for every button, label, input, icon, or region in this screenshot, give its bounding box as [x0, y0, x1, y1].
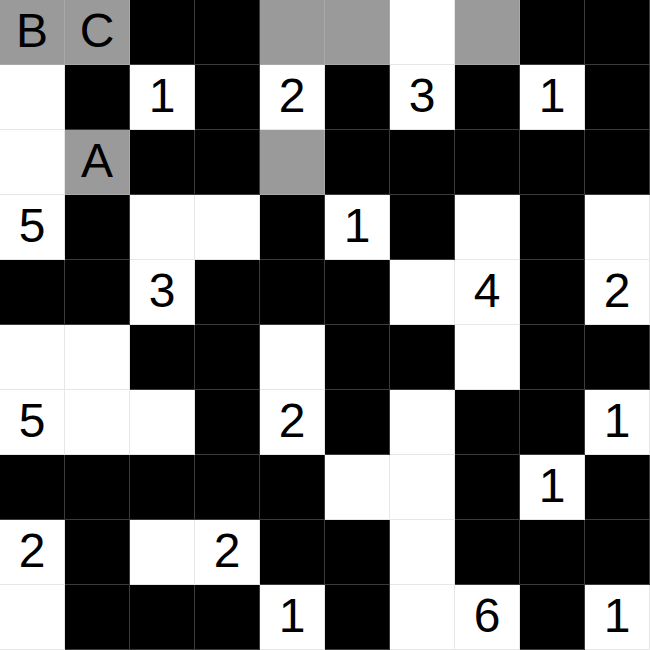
cell-r2c2[interactable]	[130, 130, 195, 195]
number-clue: 1	[149, 72, 176, 120]
cell-r8c6[interactable]	[390, 520, 455, 585]
cell-r0c5[interactable]	[325, 0, 390, 65]
cell-r1c5[interactable]	[325, 65, 390, 130]
cell-r9c2[interactable]	[130, 585, 195, 650]
number-clue: 5	[19, 202, 46, 250]
cell-r6c0[interactable]: 5	[0, 390, 65, 455]
cell-r2c9[interactable]	[585, 130, 650, 195]
cell-r8c0[interactable]: 2	[0, 520, 65, 585]
cell-r9c3[interactable]	[195, 585, 260, 650]
cell-r5c0[interactable]	[0, 325, 65, 390]
number-clue: 2	[19, 527, 46, 575]
number-clue: 5	[19, 397, 46, 445]
cell-r7c7[interactable]	[455, 455, 520, 520]
cell-r7c0[interactable]	[0, 455, 65, 520]
cell-r3c4[interactable]	[260, 195, 325, 260]
cell-r9c9[interactable]: 1	[585, 585, 650, 650]
cell-r0c6[interactable]	[390, 0, 455, 65]
cell-r0c2[interactable]	[130, 0, 195, 65]
cell-r8c7[interactable]	[455, 520, 520, 585]
cell-r2c7[interactable]	[455, 130, 520, 195]
number-clue: 2	[279, 72, 306, 120]
letter-label: C	[80, 7, 115, 55]
letter-label: A	[81, 137, 113, 185]
cell-r6c1[interactable]	[65, 390, 130, 455]
cell-r4c8[interactable]	[520, 260, 585, 325]
cell-r2c8[interactable]	[520, 130, 585, 195]
cell-r2c0[interactable]	[0, 130, 65, 195]
number-clue: 1	[344, 202, 371, 250]
cell-r3c5[interactable]: 1	[325, 195, 390, 260]
cell-r3c3[interactable]	[195, 195, 260, 260]
letter-label: B	[16, 7, 48, 55]
cell-r2c3[interactable]	[195, 130, 260, 195]
cell-r8c8[interactable]	[520, 520, 585, 585]
cell-r8c4[interactable]	[260, 520, 325, 585]
cell-r0c1[interactable]: C	[65, 0, 130, 65]
cell-r3c6[interactable]	[390, 195, 455, 260]
cell-r1c9[interactable]	[585, 65, 650, 130]
cell-r9c6[interactable]	[390, 585, 455, 650]
cell-r4c6[interactable]	[390, 260, 455, 325]
cell-r8c1[interactable]	[65, 520, 130, 585]
cell-r4c9[interactable]: 2	[585, 260, 650, 325]
cell-r6c7[interactable]	[455, 390, 520, 455]
number-clue: 1	[279, 592, 306, 640]
cell-r1c8[interactable]: 1	[520, 65, 585, 130]
cell-r8c9[interactable]	[585, 520, 650, 585]
cell-r6c8[interactable]	[520, 390, 585, 455]
cell-r2c6[interactable]	[390, 130, 455, 195]
cell-r7c3[interactable]	[195, 455, 260, 520]
cell-r5c9[interactable]	[585, 325, 650, 390]
cell-r4c7[interactable]: 4	[455, 260, 520, 325]
cell-r6c5[interactable]	[325, 390, 390, 455]
number-clue: 3	[149, 267, 176, 315]
cell-r9c4[interactable]: 1	[260, 585, 325, 650]
cell-r1c1[interactable]	[65, 65, 130, 130]
cell-r9c1[interactable]	[65, 585, 130, 650]
cell-r2c1[interactable]: A	[65, 130, 130, 195]
cell-r6c6[interactable]	[390, 390, 455, 455]
cell-r5c5[interactable]	[325, 325, 390, 390]
cell-r1c3[interactable]	[195, 65, 260, 130]
cell-r7c6[interactable]	[390, 455, 455, 520]
cell-r4c1[interactable]	[65, 260, 130, 325]
number-clue: 2	[604, 267, 631, 315]
cell-r3c2[interactable]	[130, 195, 195, 260]
cell-r1c2[interactable]: 1	[130, 65, 195, 130]
cell-r0c0[interactable]: B	[0, 0, 65, 65]
cell-r3c0[interactable]: 5	[0, 195, 65, 260]
cell-r3c7[interactable]	[455, 195, 520, 260]
cell-r4c4[interactable]	[260, 260, 325, 325]
cell-r5c1[interactable]	[65, 325, 130, 390]
cell-r6c9[interactable]: 1	[585, 390, 650, 455]
cell-r4c0[interactable]	[0, 260, 65, 325]
number-clue: 1	[604, 397, 631, 445]
cell-r1c7[interactable]	[455, 65, 520, 130]
puzzle-board: BC1231A51342521122161	[0, 0, 650, 650]
number-clue: 1	[539, 462, 566, 510]
cell-r3c9[interactable]	[585, 195, 650, 260]
cell-r5c6[interactable]	[390, 325, 455, 390]
cell-r2c4[interactable]	[260, 130, 325, 195]
cell-r9c7[interactable]: 6	[455, 585, 520, 650]
cell-r1c0[interactable]	[0, 65, 65, 130]
cell-r4c2[interactable]: 3	[130, 260, 195, 325]
cell-r6c4[interactable]: 2	[260, 390, 325, 455]
cell-r9c5[interactable]	[325, 585, 390, 650]
cell-r5c8[interactable]	[520, 325, 585, 390]
cell-r1c4[interactable]: 2	[260, 65, 325, 130]
number-clue: 6	[474, 592, 501, 640]
number-clue: 2	[279, 397, 306, 445]
cell-r7c4[interactable]	[260, 455, 325, 520]
cell-r6c2[interactable]	[130, 390, 195, 455]
cell-r7c1[interactable]	[65, 455, 130, 520]
cell-r3c8[interactable]	[520, 195, 585, 260]
cell-r7c5[interactable]	[325, 455, 390, 520]
cell-r0c3[interactable]	[195, 0, 260, 65]
number-clue: 1	[604, 592, 631, 640]
cell-r3c1[interactable]	[65, 195, 130, 260]
cell-r5c2[interactable]	[130, 325, 195, 390]
cell-r7c9[interactable]	[585, 455, 650, 520]
cell-r0c4[interactable]	[260, 0, 325, 65]
number-clue: 3	[409, 72, 436, 120]
cell-r8c2[interactable]	[130, 520, 195, 585]
cell-r5c4[interactable]	[260, 325, 325, 390]
cell-r2c5[interactable]	[325, 130, 390, 195]
number-clue: 4	[474, 267, 501, 315]
cell-r5c7[interactable]	[455, 325, 520, 390]
number-clue: 2	[214, 527, 241, 575]
cell-r4c5[interactable]	[325, 260, 390, 325]
number-clue: 1	[539, 72, 566, 120]
cell-r7c2[interactable]	[130, 455, 195, 520]
cell-r0c8[interactable]	[520, 0, 585, 65]
cell-r6c3[interactable]	[195, 390, 260, 455]
cell-r8c5[interactable]	[325, 520, 390, 585]
cell-r0c7[interactable]	[455, 0, 520, 65]
cell-r9c8[interactable]	[520, 585, 585, 650]
cell-r5c3[interactable]	[195, 325, 260, 390]
cell-r0c9[interactable]	[585, 0, 650, 65]
cell-r4c3[interactable]	[195, 260, 260, 325]
cell-r1c6[interactable]: 3	[390, 65, 455, 130]
cell-r9c0[interactable]	[0, 585, 65, 650]
cell-r8c3[interactable]: 2	[195, 520, 260, 585]
cell-r7c8[interactable]: 1	[520, 455, 585, 520]
